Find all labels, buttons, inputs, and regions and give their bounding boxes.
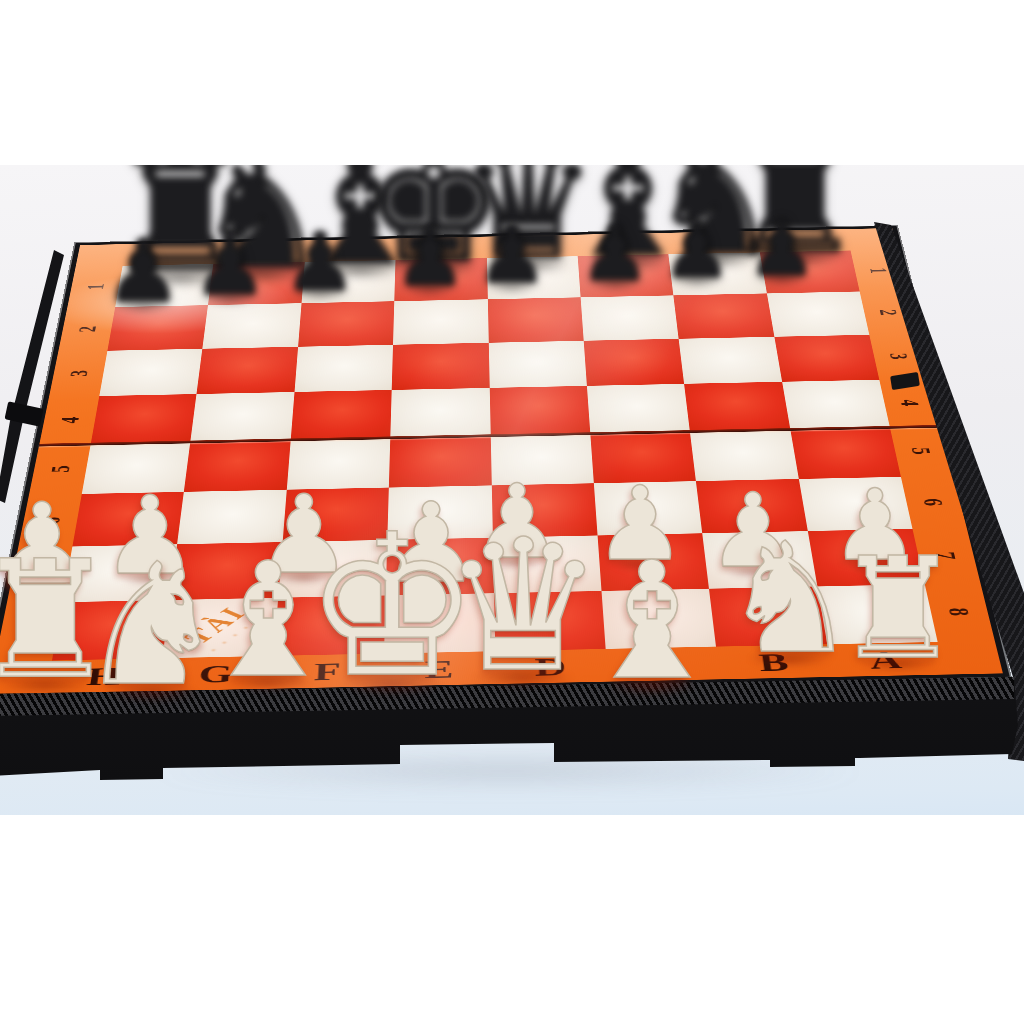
square-D3[interactable] xyxy=(488,341,586,388)
letterbox-top xyxy=(0,0,1024,165)
square-C4[interactable] xyxy=(587,384,690,434)
photo-scene: HGFEDCBA 12345678 12345678 TÀI · · · · ·… xyxy=(0,165,1024,815)
square-E3[interactable] xyxy=(392,343,490,390)
rank-label-left-3: 3 xyxy=(63,370,93,377)
rook-glyph: ♜ xyxy=(835,542,961,675)
rank-label-right-6: 6 xyxy=(917,498,950,506)
square-E2[interactable] xyxy=(393,299,488,344)
square-B3[interactable] xyxy=(679,337,782,384)
rank-label-left-2: 2 xyxy=(72,326,102,333)
rank-label-right-5: 5 xyxy=(905,447,937,455)
rank-label-left-5: 5 xyxy=(44,465,76,473)
square-D4[interactable] xyxy=(489,386,590,436)
square-A4[interactable] xyxy=(782,380,890,429)
square-F3[interactable] xyxy=(294,345,393,392)
square-B2[interactable] xyxy=(674,294,774,339)
product-photo-page: HGFEDCBA 12345678 12345678 TÀI · · · · ·… xyxy=(0,0,1024,1024)
square-H3[interactable] xyxy=(99,349,202,396)
square-C2[interactable] xyxy=(581,296,679,341)
pawn-glyph: ♟ xyxy=(580,216,650,290)
pawn-glyph: ♟ xyxy=(284,224,357,301)
rank-label-right-1: 1 xyxy=(864,267,893,273)
rank-label-left-4: 4 xyxy=(54,417,85,424)
square-B4[interactable] xyxy=(684,382,790,431)
square-G4[interactable] xyxy=(191,392,295,442)
square-D2[interactable] xyxy=(487,297,583,342)
rank-label-right-4: 4 xyxy=(894,399,925,406)
square-E4[interactable] xyxy=(390,388,490,438)
pawn-glyph: ♟ xyxy=(104,231,181,313)
square-A3[interactable] xyxy=(774,335,879,382)
bishop-glyph: ♝ xyxy=(579,545,724,699)
square-C3[interactable] xyxy=(584,339,685,386)
hinge-left-icon xyxy=(5,401,44,426)
table-shadow xyxy=(25,750,990,792)
rank-label-right-3: 3 xyxy=(884,353,915,360)
rank-label-right-2: 2 xyxy=(874,309,904,316)
pawn-glyph: ♟ xyxy=(477,218,548,293)
square-G3[interactable] xyxy=(197,347,298,394)
pawn-glyph: ♟ xyxy=(662,214,731,287)
pawn-glyph: ♟ xyxy=(193,227,267,306)
square-H4[interactable] xyxy=(91,394,197,444)
pawn-glyph: ♟ xyxy=(747,212,816,285)
square-A2[interactable] xyxy=(767,292,870,337)
square-F4[interactable] xyxy=(291,390,392,440)
pawn-glyph: ♟ xyxy=(394,220,466,296)
letterbox-bottom xyxy=(0,815,1024,1024)
